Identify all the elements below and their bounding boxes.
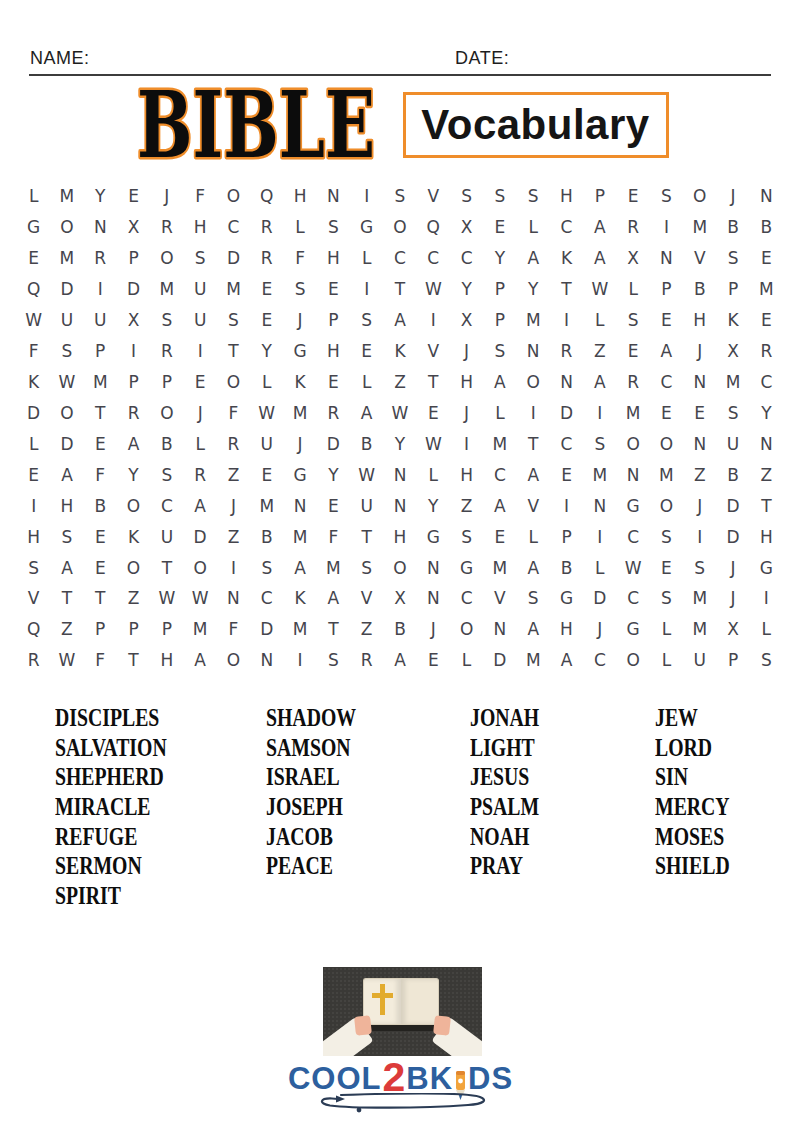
grid-cell: I [450,428,483,459]
grid-cell: W [417,274,450,305]
word-item: SHEPHERD [55,762,215,792]
grid-cell: H [383,521,416,552]
grid-cell: H [317,336,350,367]
grid-cell: C [217,212,250,243]
grid-cell: N [250,645,283,676]
grid-cell: A [117,428,150,459]
grid-cell: V [17,583,50,614]
grid-cell: H [450,459,483,490]
grid-cell: R [750,336,783,367]
grid-cell: F [283,243,316,274]
grid-cell: E [84,552,117,583]
grid-cell: K [283,367,316,398]
grid-cell: M [483,552,516,583]
grid-cell: M [283,521,316,552]
grid-cell: W [250,397,283,428]
grid-cell: S [50,336,83,367]
grid-cell: D [50,274,83,305]
grid-cell: B [84,490,117,521]
grid-cell: S [250,552,283,583]
grid-cell: L [17,428,50,459]
word-item: MIRACLE [55,792,215,822]
grid-cell: N [517,336,550,367]
grid-cell: L [483,397,516,428]
grid-cell: N [583,490,616,521]
grid-cell: J [716,181,749,212]
grid-cell: E [250,274,283,305]
grid-cell: G [350,212,383,243]
grid-cell: H [750,521,783,552]
grid-cell: Y [517,274,550,305]
grid-cell: K [550,243,583,274]
grid-cell: A [383,305,416,336]
grid-cell: P [483,274,516,305]
grid-cell: Z [683,459,716,490]
cross-icon-bar [372,993,393,998]
grid-cell: P [550,521,583,552]
grid-cell: Z [450,490,483,521]
grid-cell: O [217,181,250,212]
grid-cell: D [117,274,150,305]
left-hand [354,1015,372,1036]
brand-logo: COOL 2 BK DS [0,1062,801,1094]
grid-cell: W [583,274,616,305]
grid-cell: S [650,521,683,552]
bible-title: BIBLE [133,86,379,164]
vocabulary-box: Vocabulary [403,92,669,158]
grid-cell: I [184,336,217,367]
grid-cell: E [317,367,350,398]
grid-cell: P [117,614,150,645]
grid-cell: S [616,305,649,336]
grid-cell: A [483,367,516,398]
word-item: SAMSON [266,733,421,763]
grid-cell: S [716,243,749,274]
grid-cell: N [616,459,649,490]
grid-cell: E [317,274,350,305]
grid-cell: E [184,367,217,398]
grid-cell: B [750,212,783,243]
grid-cell: N [683,428,716,459]
grid-cell: R [250,212,283,243]
grid-cell: G [283,336,316,367]
word-list-column: DISCIPLESSALVATIONSHEPHERDMIRACLEREFUGES… [55,703,266,911]
word-list-column: JONAHLIGHTJESUSPSALMNOAHPRAY [470,703,655,911]
grid-cell: X [117,212,150,243]
word-item: DISCIPLES [55,703,215,733]
grid-cell: R [150,336,183,367]
grid-cell: G [550,583,583,614]
grid-cell: Y [450,274,483,305]
grid-cell: B [150,428,183,459]
grid-cell: G [17,212,50,243]
grid-cell: X [450,305,483,336]
grid-cell: W [417,428,450,459]
grid-cell: C [616,521,649,552]
grid-cell: I [117,336,150,367]
grid-cell: W [383,397,416,428]
grid-cell: R [350,645,383,676]
grid-cell: I [650,212,683,243]
grid-cell: D [317,428,350,459]
grid-cell: S [450,521,483,552]
grid-cell: H [50,490,83,521]
grid-cell: Y [84,181,117,212]
right-hand [433,1015,451,1036]
grid-cell: T [217,336,250,367]
grid-cell: I [17,490,50,521]
grid-cell: S [217,305,250,336]
grid-cell: S [17,552,50,583]
word-item: MOSES [655,822,743,852]
grid-cell: E [417,645,450,676]
grid-cell: A [583,367,616,398]
grid-cell: M [283,614,316,645]
grid-cell: B [550,552,583,583]
grid-cell: O [117,490,150,521]
grid-cell: D [184,521,217,552]
grid-cell: J [184,397,217,428]
grid-cell: K [117,521,150,552]
grid-cell: O [383,552,416,583]
grid-cell: I [550,305,583,336]
grid-cell: P [117,243,150,274]
grid-cell: M [683,212,716,243]
brand-digit-2: 2 [382,1062,405,1094]
book-spine [361,1024,441,1031]
word-item: SHIELD [655,851,743,881]
word-item: JONAH [470,703,611,733]
grid-cell: G [450,552,483,583]
brand-text-ds: DS [468,1063,513,1094]
grid-cell: D [17,397,50,428]
grid-cell: R [550,336,583,367]
grid-cell: E [550,459,583,490]
grid-cell: O [650,428,683,459]
grid-cell: P [716,274,749,305]
grid-cell: R [150,212,183,243]
grid-cell: G [750,552,783,583]
grid-cell: S [450,181,483,212]
grid-cell: S [483,181,516,212]
grid-cell: S [750,645,783,676]
grid-cell: E [250,305,283,336]
grid-cell: S [150,305,183,336]
grid-cell: O [616,428,649,459]
grid-cell: R [250,243,283,274]
grid-cell: D [716,521,749,552]
grid-cell: G [616,614,649,645]
grid-cell: O [383,212,416,243]
grid-cell: C [583,645,616,676]
grid-cell: C [450,583,483,614]
grid-cell: O [450,614,483,645]
name-label: NAME: [30,48,90,69]
grid-cell: N [383,490,416,521]
grid-cell: V [517,490,550,521]
grid-cell: J [450,397,483,428]
grid-cell: O [117,552,150,583]
word-item: JACOB [266,822,421,852]
grid-cell: E [350,336,383,367]
grid-cell: O [650,490,683,521]
grid-cell: L [283,212,316,243]
brand-text-bk: BK [406,1063,453,1094]
grid-cell: A [583,212,616,243]
grid-cell: M [184,614,217,645]
grid-cell: J [217,490,250,521]
grid-cell: S [317,212,350,243]
grid-cell: M [683,614,716,645]
word-item: LIGHT [470,733,611,763]
grid-cell: N [283,490,316,521]
grid-cell: W [50,645,83,676]
grid-cell: E [750,243,783,274]
grid-cell: L [184,428,217,459]
grid-cell: C [250,583,283,614]
grid-cell: B [716,459,749,490]
word-item: REFUGE [55,822,215,852]
word-item: SERMON [55,851,215,881]
grid-cell: U [184,305,217,336]
grid-cell: S [517,181,550,212]
grid-cell: L [250,367,283,398]
grid-cell: M [483,428,516,459]
grid-cell: J [283,428,316,459]
grid-cell: H [150,645,183,676]
grid-cell: Z [217,521,250,552]
grid-cell: Z [217,459,250,490]
grid-cell: U [250,428,283,459]
grid-cell: A [50,552,83,583]
grid-cell: L [650,645,683,676]
grid-cell: I [683,521,716,552]
grid-cell: Y [750,397,783,428]
grid-cell: X [450,212,483,243]
grid-cell: J [417,614,450,645]
grid-cell: J [283,305,316,336]
word-item: LORD [655,733,743,763]
grid-cell: K [383,336,416,367]
grid-cell: H [283,181,316,212]
grid-cell: S [350,305,383,336]
word-item: SIN [655,762,743,792]
grid-cell: J [716,583,749,614]
grid-cell: F [84,459,117,490]
grid-cell: Q [17,274,50,305]
word-item: JESUS [470,762,611,792]
grid-cell: C [550,428,583,459]
word-item: JEW [655,703,743,733]
grid-cell: A [184,490,217,521]
grid-cell: P [716,645,749,676]
grid-cell: U [683,645,716,676]
grid-cell: Y [383,428,416,459]
grid-cell: O [683,181,716,212]
grid-cell: A [317,583,350,614]
grid-cell: W [50,367,83,398]
grid-cell: Q [417,212,450,243]
grid-cell: H [184,212,217,243]
grid-cell: S [650,181,683,212]
grid-cell: S [283,274,316,305]
grid-cell: W [150,583,183,614]
grid-cell: T [350,521,383,552]
grid-cell: U [350,490,383,521]
brand-swoosh [307,1093,493,1119]
grid-cell: X [117,305,150,336]
word-item: PSALM [470,792,611,822]
grid-cell: T [150,552,183,583]
vocabulary-label: Vocabulary [421,101,649,149]
grid-cell: A [283,552,316,583]
grid-cell: H [683,305,716,336]
grid-cell: P [583,181,616,212]
grid-cell: R [616,367,649,398]
grid-cell: N [417,583,450,614]
grid-cell: B [683,274,716,305]
grid-cell: N [683,367,716,398]
grid-cell: L [450,645,483,676]
grid-cell: A [517,552,550,583]
grid-cell: Q [17,614,50,645]
header-rule [29,74,771,76]
grid-cell: Z [750,459,783,490]
grid-cell: T [383,274,416,305]
grid-cell: D [50,428,83,459]
grid-cell: D [583,583,616,614]
grid-cell: E [650,305,683,336]
grid-cell: E [750,305,783,336]
grid-cell: E [84,521,117,552]
grid-cell: I [517,397,550,428]
grid-cell: M [283,397,316,428]
grid-cell: B [350,428,383,459]
grid-cell: E [683,397,716,428]
grid-cell: H [17,521,50,552]
grid-cell: A [583,243,616,274]
grid-cell: N [217,583,250,614]
grid-cell: L [750,614,783,645]
grid-cell: O [217,367,250,398]
grid-cell: V [683,243,716,274]
grid-cell: S [650,583,683,614]
grid-cell: W [616,552,649,583]
grid-cell: T [550,274,583,305]
grid-cell: K [17,367,50,398]
worksheet-page: NAME: DATE: BIBLE Vocabulary LMYEJFOQHNI… [0,0,801,1133]
grid-cell: B [250,521,283,552]
grid-cell: Y [250,336,283,367]
grid-cell: E [483,212,516,243]
grid-cell: P [483,305,516,336]
word-item: ISRAEL [266,762,421,792]
grid-cell: U [150,521,183,552]
grid-cell: L [650,614,683,645]
grid-cell: F [184,181,217,212]
grid-cell: B [716,212,749,243]
grid-cell: A [483,490,516,521]
grid-cell: N [84,212,117,243]
grid-cell: D [217,243,250,274]
grid-cell: L [350,243,383,274]
grid-cell: T [750,490,783,521]
grid-cell: N [317,181,350,212]
grid-cell: M [683,583,716,614]
word-item: PEACE [266,851,421,881]
grid-cell: T [117,645,150,676]
grid-cell: F [217,614,250,645]
grid-cell: E [417,397,450,428]
grid-cell: D [250,614,283,645]
grid-cell: M [650,459,683,490]
grid-cell: A [650,336,683,367]
grid-cell: K [283,583,316,614]
grid-cell: S [716,397,749,428]
grid-cell: F [317,521,350,552]
brand-text-cool: COOL [288,1063,382,1094]
grid-cell: L [583,305,616,336]
grid-cell: A [383,645,416,676]
grid-cell: P [317,305,350,336]
bible-title-text: BIBLE [136,86,374,164]
grid-cell: I [350,181,383,212]
grid-cell: E [117,181,150,212]
word-search-grid: LMYEJFOQHNISVSSSHPESOJNGONXRHCRLSGOQXELC… [17,181,783,676]
grid-cell: L [417,459,450,490]
open-book-page [401,978,439,1025]
grid-cell: W [17,305,50,336]
grid-cell: X [383,583,416,614]
grid-cell: O [184,552,217,583]
grid-cell: E [616,336,649,367]
grid-cell: U [50,305,83,336]
word-list-column: SHADOWSAMSONISRAELJOSEPHJACOBPEACE [266,703,470,911]
bible-illustration [323,967,482,1056]
grid-cell: R [17,645,50,676]
grid-cell: O [150,397,183,428]
grid-cell: H [450,367,483,398]
grid-cell: E [17,243,50,274]
grid-cell: O [616,645,649,676]
word-item: JOSEPH [266,792,421,822]
grid-cell: S [317,645,350,676]
grid-cell: P [150,614,183,645]
grid-cell: M [583,459,616,490]
grid-cell: N [650,243,683,274]
grid-cell: N [483,614,516,645]
grid-cell: T [84,397,117,428]
grid-cell: T [417,367,450,398]
grid-cell: M [317,552,350,583]
grid-cell: P [650,274,683,305]
grid-cell: I [550,490,583,521]
grid-cell: N [383,459,416,490]
grid-cell: R [217,428,250,459]
grid-cell: Z [117,583,150,614]
grid-cell: M [517,645,550,676]
grid-cell: S [184,243,217,274]
grid-cell: A [50,459,83,490]
grid-cell: J [683,336,716,367]
grid-cell: L [350,367,383,398]
grid-cell: A [517,614,550,645]
grid-cell: O [517,367,550,398]
grid-cell: C [417,243,450,274]
grid-cell: T [84,583,117,614]
grid-cell: T [517,428,550,459]
cross-icon [380,984,385,1015]
